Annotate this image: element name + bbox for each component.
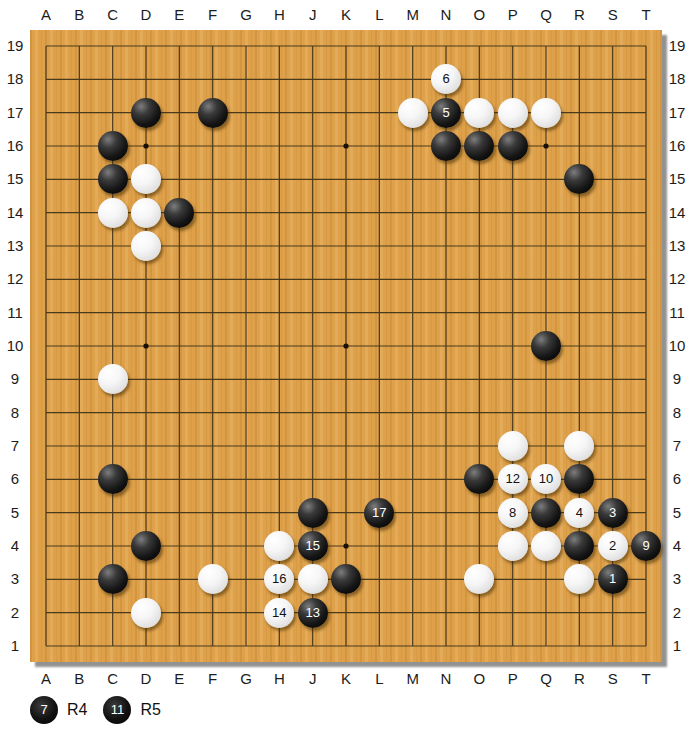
col-label-bottom-M: M xyxy=(401,669,425,689)
row-label-right-7: 7 xyxy=(663,436,690,456)
stone-white-M17 xyxy=(398,98,428,128)
star-point-Q16 xyxy=(543,143,548,148)
col-label-top-P: P xyxy=(501,5,525,25)
col-label-top-C: C xyxy=(101,5,125,25)
col-label-top-R: R xyxy=(567,5,591,25)
col-label-top-S: S xyxy=(601,5,625,25)
col-label-top-A: A xyxy=(34,5,58,25)
stone-black-N17: 5 xyxy=(431,98,461,128)
row-label-right-17: 17 xyxy=(663,103,690,123)
go-board: 6512101784315291611413 xyxy=(30,30,662,662)
col-label-top-D: D xyxy=(134,5,158,25)
col-label-bottom-J: J xyxy=(301,669,325,689)
col-label-top-B: B xyxy=(67,5,91,25)
row-label-left-7: 7 xyxy=(1,436,29,456)
row-label-right-16: 16 xyxy=(663,136,690,156)
stone-black-C6 xyxy=(98,464,128,494)
row-label-right-10: 10 xyxy=(663,336,690,356)
caption-move-11: 11R5 xyxy=(103,696,160,724)
stone-white-P6: 12 xyxy=(498,464,528,494)
col-label-bottom-C: C xyxy=(101,669,125,689)
row-label-right-14: 14 xyxy=(663,203,690,223)
col-label-bottom-F: F xyxy=(201,669,225,689)
row-label-left-1: 1 xyxy=(1,636,29,656)
col-label-top-H: H xyxy=(267,5,291,25)
stone-black-N16 xyxy=(431,131,461,161)
row-label-left-11: 11 xyxy=(1,303,29,323)
row-label-left-10: 10 xyxy=(1,336,29,356)
col-label-bottom-K: K xyxy=(334,669,358,689)
row-label-left-17: 17 xyxy=(1,103,29,123)
stone-black-D4 xyxy=(131,531,161,561)
stone-black-E14 xyxy=(164,198,194,228)
star-point-D10 xyxy=(143,343,148,348)
row-label-left-15: 15 xyxy=(1,169,29,189)
col-label-bottom-A: A xyxy=(34,669,58,689)
star-point-K4 xyxy=(343,543,348,548)
row-label-left-4: 4 xyxy=(1,536,29,556)
col-label-bottom-S: S xyxy=(601,669,625,689)
col-label-bottom-G: G xyxy=(234,669,258,689)
caption-stone-black-7: 7 xyxy=(30,696,58,724)
row-label-right-15: 15 xyxy=(663,169,690,189)
stone-black-T4: 9 xyxy=(631,531,661,561)
stone-black-J5 xyxy=(298,498,328,528)
stone-white-S4: 2 xyxy=(598,531,628,561)
row-label-left-13: 13 xyxy=(1,236,29,256)
col-label-bottom-E: E xyxy=(167,669,191,689)
col-label-bottom-Q: Q xyxy=(534,669,558,689)
star-point-K10 xyxy=(343,343,348,348)
row-label-left-12: 12 xyxy=(1,269,29,289)
stone-black-Q5 xyxy=(531,498,561,528)
stone-white-J3 xyxy=(298,564,328,594)
stone-white-C14 xyxy=(98,198,128,228)
row-label-left-9: 9 xyxy=(1,369,29,389)
caption-point-label: R4 xyxy=(67,701,87,719)
caption-move-7: 7R4 xyxy=(30,696,87,724)
row-label-right-2: 2 xyxy=(663,603,690,623)
col-label-top-M: M xyxy=(401,5,425,25)
star-point-D16 xyxy=(143,143,148,148)
col-label-top-L: L xyxy=(367,5,391,25)
row-label-left-18: 18 xyxy=(1,69,29,89)
col-label-top-F: F xyxy=(201,5,225,25)
caption-point-label: R5 xyxy=(140,701,160,719)
row-label-left-14: 14 xyxy=(1,203,29,223)
stone-white-P5: 8 xyxy=(498,498,528,528)
row-label-left-3: 3 xyxy=(1,569,29,589)
stone-white-Q17 xyxy=(531,98,561,128)
col-label-top-K: K xyxy=(334,5,358,25)
go-diagram: 6512101784315291611413 AABBCCDDEEFFGGHHJ… xyxy=(0,0,690,741)
row-label-right-13: 13 xyxy=(663,236,690,256)
stone-black-S3: 1 xyxy=(598,564,628,594)
col-label-top-N: N xyxy=(434,5,458,25)
row-label-right-5: 5 xyxy=(663,503,690,523)
col-label-top-T: T xyxy=(634,5,658,25)
col-label-top-O: O xyxy=(467,5,491,25)
stone-white-P17 xyxy=(498,98,528,128)
row-label-right-11: 11 xyxy=(663,303,690,323)
col-label-bottom-H: H xyxy=(267,669,291,689)
col-label-top-J: J xyxy=(301,5,325,25)
stone-white-D2 xyxy=(131,598,161,628)
row-label-left-16: 16 xyxy=(1,136,29,156)
row-label-right-9: 9 xyxy=(663,369,690,389)
row-label-right-18: 18 xyxy=(663,69,690,89)
stone-white-R5: 4 xyxy=(564,498,594,528)
col-label-top-Q: Q xyxy=(534,5,558,25)
stone-black-L5: 17 xyxy=(364,498,394,528)
caption-stone-black-11: 11 xyxy=(103,696,131,724)
stone-white-O17 xyxy=(464,98,494,128)
col-label-bottom-R: R xyxy=(567,669,591,689)
row-label-left-6: 6 xyxy=(1,469,29,489)
row-label-left-2: 2 xyxy=(1,603,29,623)
stone-white-Q4 xyxy=(531,531,561,561)
row-label-right-12: 12 xyxy=(663,269,690,289)
stone-white-D13 xyxy=(131,231,161,261)
col-label-bottom-P: P xyxy=(501,669,525,689)
stone-white-D14 xyxy=(131,198,161,228)
stone-black-C15 xyxy=(98,164,128,194)
stone-white-C9 xyxy=(98,364,128,394)
row-label-left-8: 8 xyxy=(1,403,29,423)
col-label-bottom-L: L xyxy=(367,669,391,689)
stone-black-S5: 3 xyxy=(598,498,628,528)
stone-black-C16 xyxy=(98,131,128,161)
row-label-left-19: 19 xyxy=(1,36,29,56)
stone-black-Q10 xyxy=(531,331,561,361)
stone-white-P4 xyxy=(498,531,528,561)
star-point-K16 xyxy=(343,143,348,148)
caption: 7R411R5 xyxy=(30,694,161,726)
stone-black-F17 xyxy=(198,98,228,128)
stone-black-D17 xyxy=(131,98,161,128)
row-label-left-5: 5 xyxy=(1,503,29,523)
row-label-right-19: 19 xyxy=(663,36,690,56)
col-label-top-E: E xyxy=(167,5,191,25)
stone-black-C3 xyxy=(98,564,128,594)
col-label-bottom-T: T xyxy=(634,669,658,689)
stone-black-J2: 13 xyxy=(298,598,328,628)
stone-white-H2: 14 xyxy=(264,598,294,628)
stone-white-F3 xyxy=(198,564,228,594)
row-label-right-3: 3 xyxy=(663,569,690,589)
row-label-right-1: 1 xyxy=(663,636,690,656)
row-label-right-4: 4 xyxy=(663,536,690,556)
col-label-bottom-B: B xyxy=(67,669,91,689)
row-label-right-6: 6 xyxy=(663,469,690,489)
col-label-bottom-O: O xyxy=(467,669,491,689)
col-label-top-G: G xyxy=(234,5,258,25)
stone-white-P7 xyxy=(498,431,528,461)
stone-black-J4: 15 xyxy=(298,531,328,561)
col-label-bottom-D: D xyxy=(134,669,158,689)
stone-black-P16 xyxy=(498,131,528,161)
row-label-right-8: 8 xyxy=(663,403,690,423)
col-label-bottom-N: N xyxy=(434,669,458,689)
